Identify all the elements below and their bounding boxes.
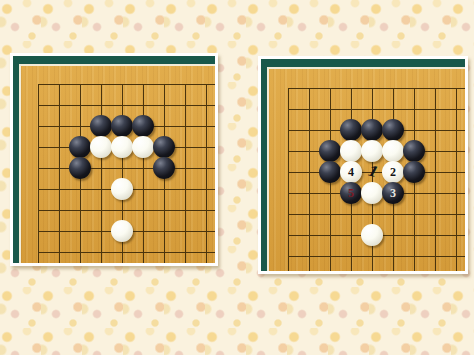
go-board-problem xyxy=(21,66,215,263)
black-stone xyxy=(361,119,383,141)
solution-diagram-card: 42531 xyxy=(258,56,468,274)
go-board-solution: 42531 xyxy=(269,69,465,271)
move-2-stone: 2 xyxy=(382,161,404,183)
black-stone xyxy=(382,119,404,141)
white-stone xyxy=(340,140,362,162)
move-5-stone: 5 xyxy=(340,182,362,204)
white-stone xyxy=(361,182,383,204)
white-stone xyxy=(111,178,133,200)
table-edge-frame: 42531 xyxy=(261,59,465,271)
black-stone xyxy=(340,119,362,141)
black-stone xyxy=(319,161,341,183)
black-stone xyxy=(403,140,425,162)
white-stone xyxy=(111,136,133,158)
problem-diagram-card xyxy=(10,53,218,266)
move-4-stone: 4 xyxy=(340,161,362,183)
white-stone xyxy=(132,136,154,158)
black-stone xyxy=(319,140,341,162)
move-3-stone: 3 xyxy=(382,182,404,204)
black-stone xyxy=(69,136,91,158)
black-stone xyxy=(90,115,112,137)
white-stone xyxy=(111,220,133,242)
wallpaper-background: 42531 xyxy=(0,0,474,355)
white-stone xyxy=(361,224,383,246)
white-stone xyxy=(90,136,112,158)
white-stone xyxy=(361,140,383,162)
black-stone xyxy=(69,157,91,179)
black-stone xyxy=(111,115,133,137)
black-stone xyxy=(403,161,425,183)
table-edge-frame xyxy=(13,56,215,263)
black-stone xyxy=(153,136,175,158)
black-stone xyxy=(132,115,154,137)
white-stone xyxy=(382,140,404,162)
black-stone xyxy=(153,157,175,179)
